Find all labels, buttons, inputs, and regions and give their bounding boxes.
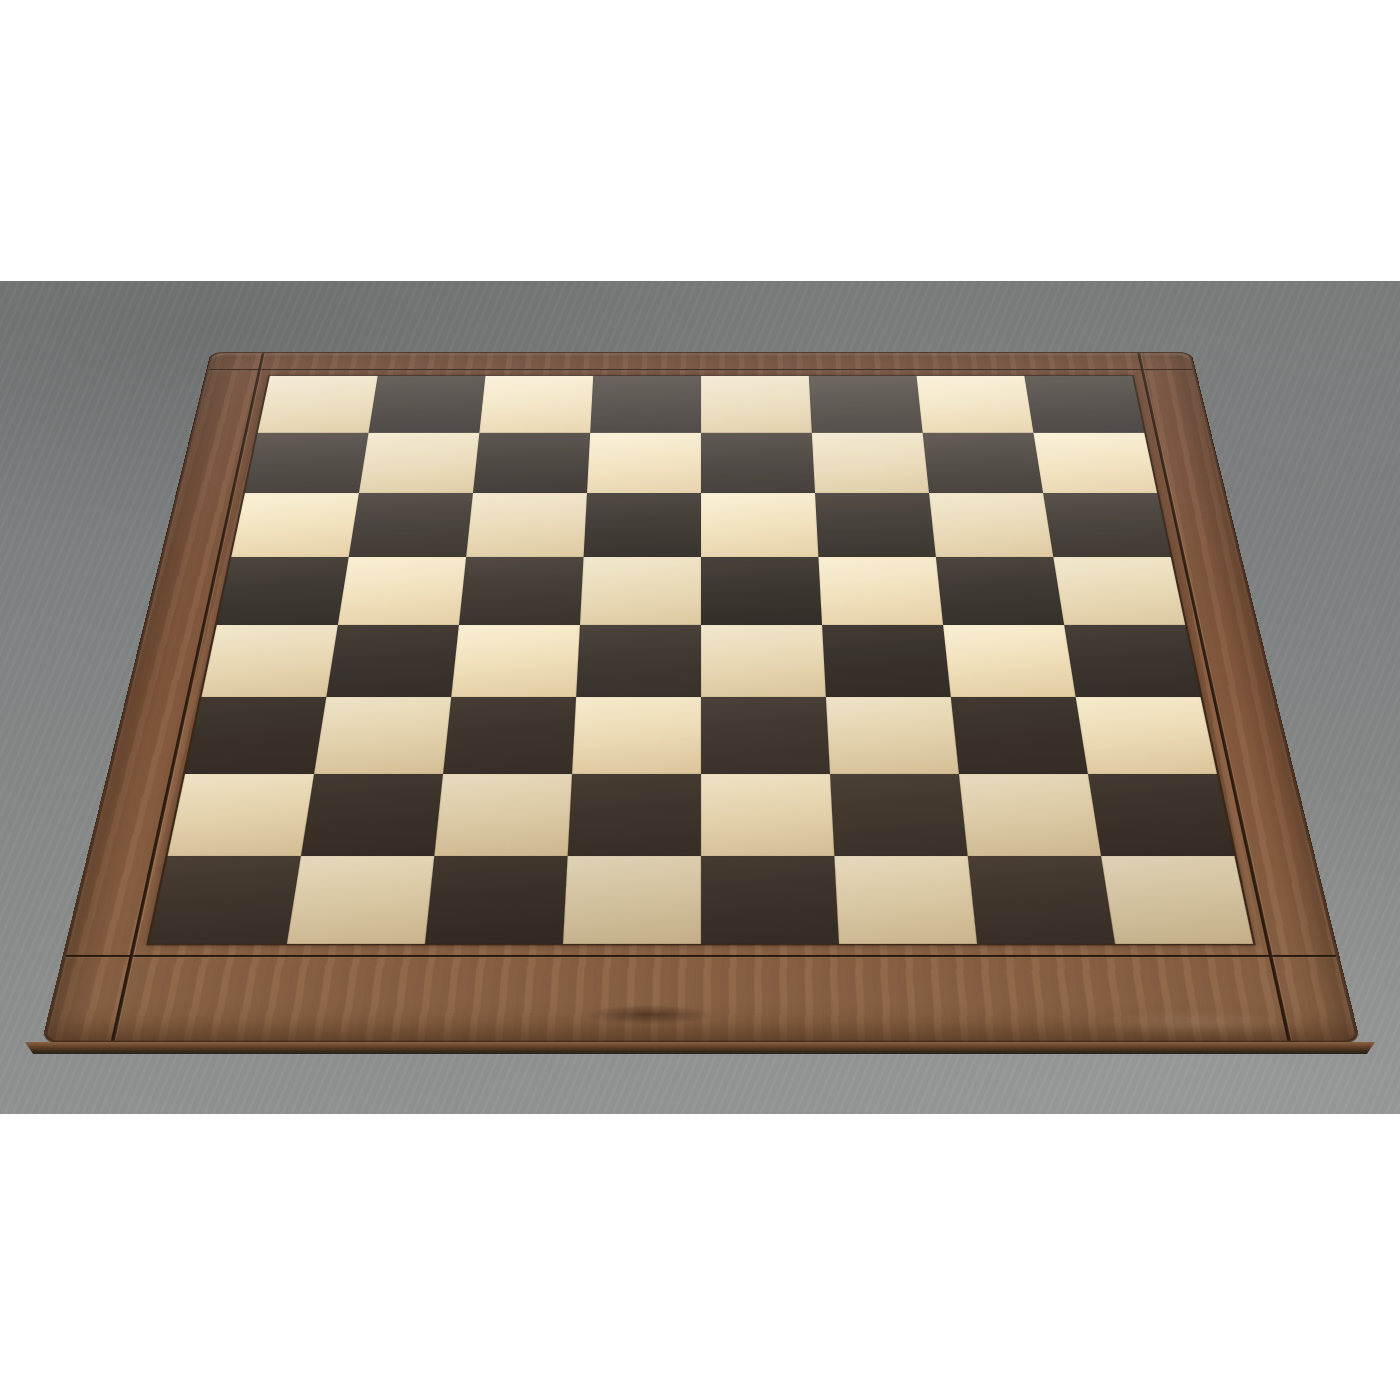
square-f5 [818,557,943,625]
square-e1 [701,856,839,944]
square-b3 [314,697,451,774]
square-b8 [369,376,486,433]
square-b4 [326,625,459,697]
square-a4 [201,625,337,697]
square-g6 [929,493,1053,557]
checkerboard-field [149,376,1253,944]
square-a8 [258,376,378,433]
square-b1 [287,856,434,944]
square-g5 [936,557,1064,625]
square-d4 [576,625,701,697]
square-h3 [1076,697,1217,774]
square-e4 [701,625,826,697]
square-d8 [590,376,701,433]
square-a7 [245,433,369,493]
square-g1 [968,856,1115,944]
square-b6 [349,493,473,557]
square-g3 [951,697,1088,774]
square-g4 [943,625,1076,697]
square-f7 [812,433,929,493]
square-c3 [443,697,576,774]
square-b2 [301,774,443,856]
square-c1 [425,856,568,944]
square-d5 [580,557,701,625]
square-a3 [185,697,326,774]
chess-board [41,352,1361,1043]
square-a2 [168,774,314,856]
square-f3 [826,697,959,774]
square-f1 [834,856,977,944]
square-g2 [959,774,1101,856]
square-d2 [568,774,701,856]
square-f6 [815,493,936,557]
square-e7 [701,433,815,493]
square-d3 [572,697,701,774]
letterbox-bottom [0,1114,1400,1400]
square-h2 [1088,774,1234,856]
square-b5 [338,557,466,625]
square-g8 [917,376,1034,433]
square-e6 [701,493,818,557]
square-h4 [1064,625,1200,697]
letterbox-top [0,0,1400,281]
square-e5 [701,557,822,625]
frame-groove-top [209,369,1193,370]
square-d7 [587,433,701,493]
square-h5 [1053,557,1185,625]
square-c5 [459,557,584,625]
studio-backdrop [0,281,1400,1114]
square-d1 [563,856,701,944]
square-a5 [217,557,349,625]
square-h8 [1024,376,1144,433]
square-a6 [231,493,359,557]
square-g7 [923,433,1043,493]
square-e2 [701,774,834,856]
board-front-edge [25,1042,1375,1054]
square-h6 [1043,493,1171,557]
square-d6 [584,493,701,557]
square-c4 [451,625,580,697]
square-c7 [473,433,590,493]
square-f4 [822,625,951,697]
square-h1 [1101,856,1253,944]
square-e3 [701,697,830,774]
square-f2 [830,774,968,856]
square-e8 [701,376,812,433]
page-background: { "game": "chess", "board_type": "Empty … [0,0,1400,1400]
square-a1 [149,856,301,944]
square-b7 [359,433,479,493]
square-c8 [479,376,593,433]
square-h7 [1033,433,1157,493]
square-f8 [809,376,923,433]
square-c6 [466,493,587,557]
frame-groove-bottom [66,955,1336,957]
square-c2 [434,774,572,856]
